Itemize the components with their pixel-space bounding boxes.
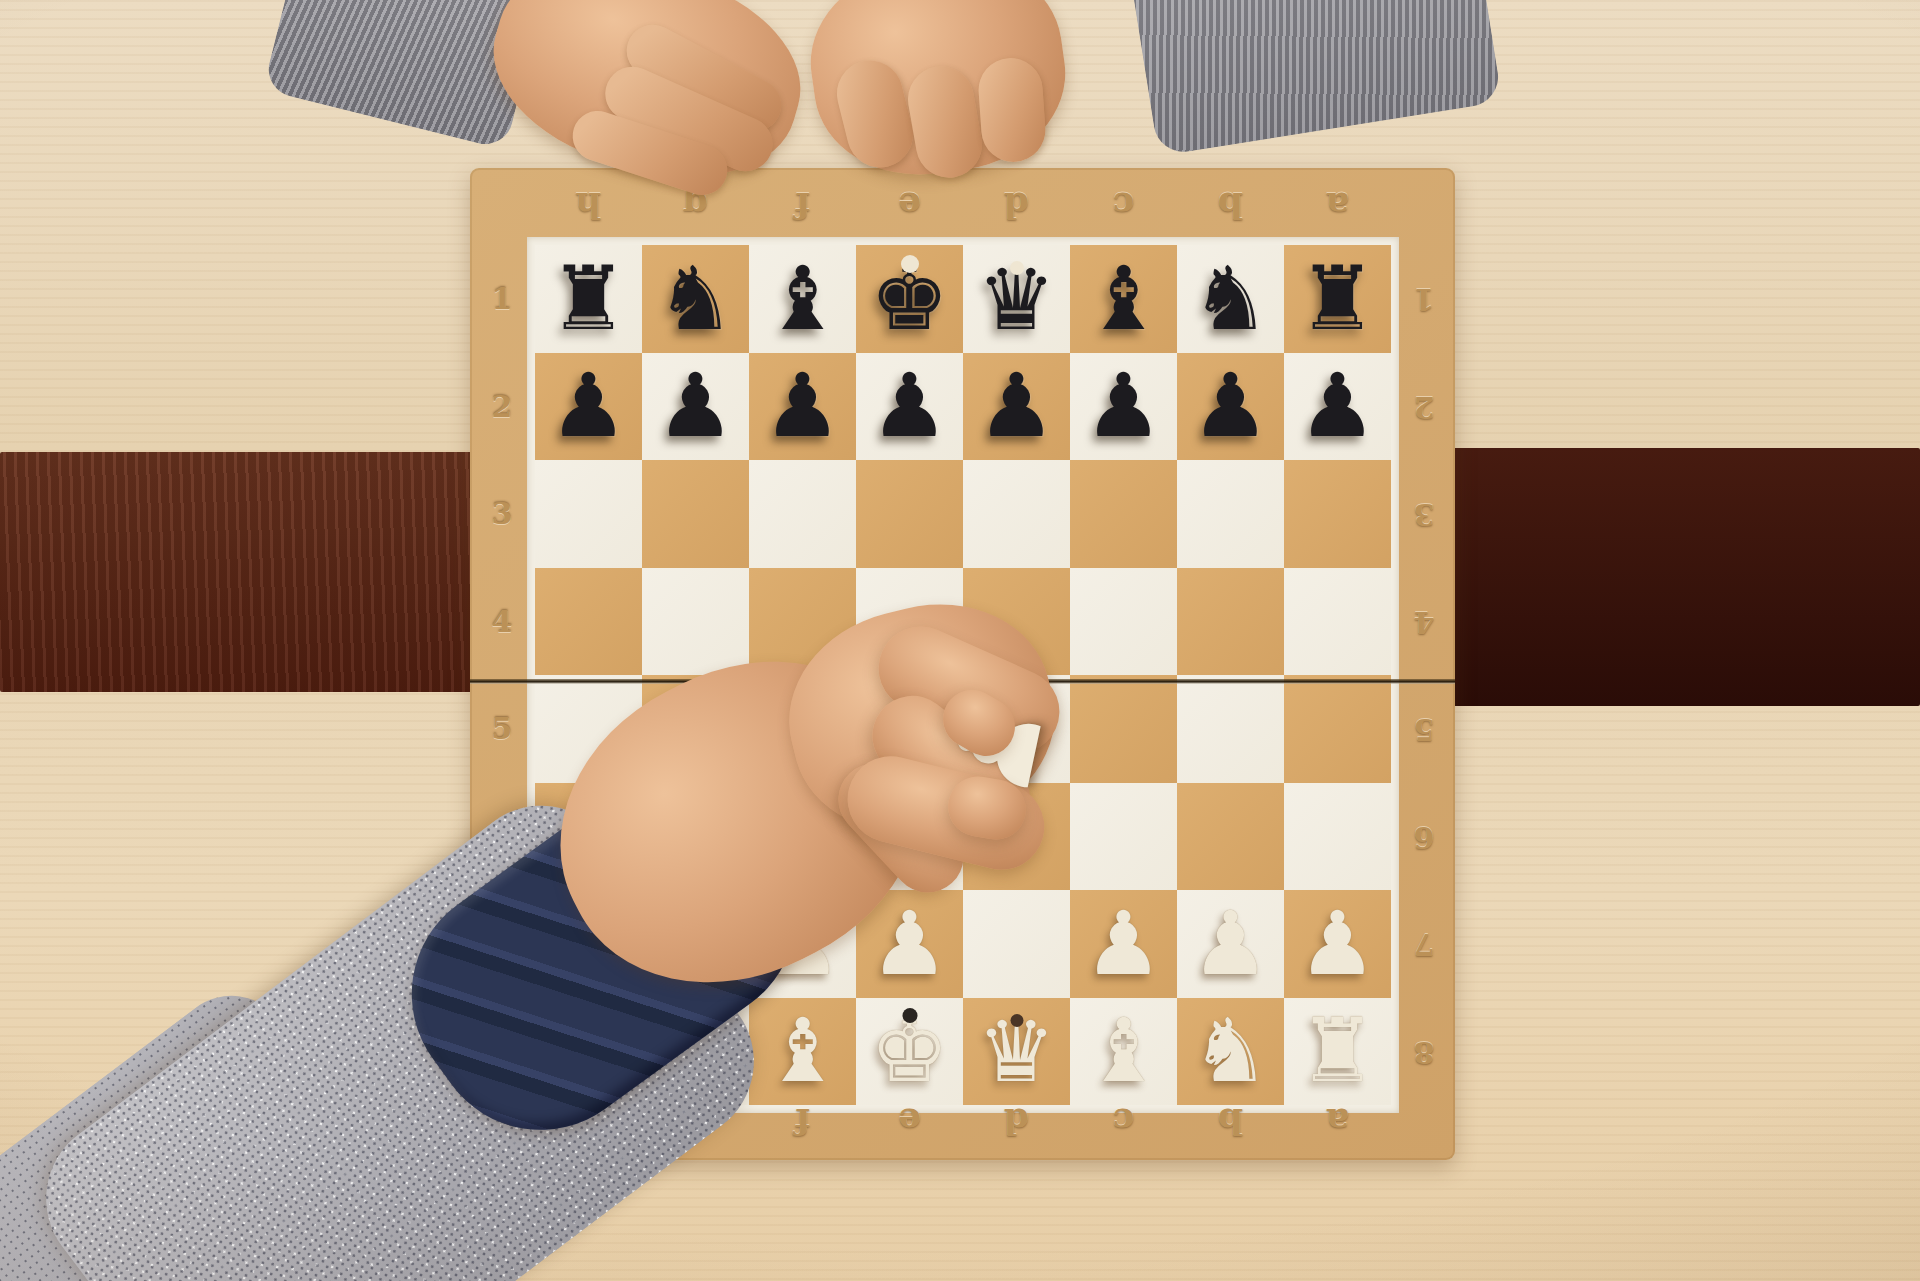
piece-black-rook: ♜ <box>1284 245 1391 353</box>
square-h3 <box>535 460 642 568</box>
square-c7: ♟ <box>1070 890 1177 998</box>
rank-label-left-4: 4 <box>480 568 524 676</box>
piece-black-bishop: ♝ <box>1070 245 1177 353</box>
square-b2: ♟ <box>1177 353 1284 461</box>
top-player-right-sleeve <box>1130 0 1503 156</box>
square-a3 <box>1284 460 1391 568</box>
square-g3 <box>642 460 749 568</box>
piece-white-pawn: ♟ <box>1177 890 1284 998</box>
rank-label-right-4: 4 <box>1402 568 1446 676</box>
square-e2: ♟ <box>856 353 963 461</box>
piece-black-pawn: ♟ <box>1070 353 1177 461</box>
table-walnut-stripe-left <box>0 452 474 692</box>
file-label-top-f: f <box>749 182 856 230</box>
square-e8: ♚ <box>856 998 963 1106</box>
square-b3 <box>1177 460 1284 568</box>
square-b8: ♞ <box>1177 998 1284 1106</box>
square-h4 <box>535 568 642 676</box>
piece-black-knight: ♞ <box>1177 245 1284 353</box>
square-g1: ♞ <box>642 245 749 353</box>
file-label-top-b: b <box>1177 182 1284 230</box>
piece-black-pawn: ♟ <box>749 353 856 461</box>
square-e3 <box>856 460 963 568</box>
square-c5 <box>1070 675 1177 783</box>
piece-black-pawn: ♟ <box>642 353 749 461</box>
square-a5 <box>1284 675 1391 783</box>
square-b1: ♞ <box>1177 245 1284 353</box>
rank-label-left-5: 5 <box>480 675 524 783</box>
file-label-bottom-a: a <box>1284 1098 1391 1146</box>
file-label-top-c: c <box>1070 182 1177 230</box>
square-b7: ♟ <box>1177 890 1284 998</box>
square-a8: ♜ <box>1284 998 1391 1106</box>
table-walnut-stripe-right <box>1452 448 1920 706</box>
square-a6 <box>1284 783 1391 891</box>
black-queen-finial-dot <box>1010 261 1024 275</box>
file-label-top-h: h <box>535 182 642 230</box>
square-d7 <box>963 890 1070 998</box>
rank-label-right-7: 7 <box>1402 890 1446 998</box>
rank-label-right-8: 8 <box>1402 998 1446 1106</box>
piece-white-bishop: ♝ <box>1070 998 1177 1106</box>
rank-label-right-3: 3 <box>1402 460 1446 568</box>
square-d8: ♛ <box>963 998 1070 1106</box>
chess-photo-scene: ♜♞♝♚♛♝♞♜♟♟♟♟♟♟♟♟♟♟♟♟♟♟♟♜♞♝♚♛♝♞♜ hhggffee… <box>0 0 1920 1281</box>
square-f1: ♝ <box>749 245 856 353</box>
file-label-bottom-f: f <box>749 1098 856 1146</box>
piece-black-pawn: ♟ <box>535 353 642 461</box>
file-label-top-a: a <box>1284 182 1391 230</box>
black-king-finial-dot <box>901 255 919 273</box>
square-d1: ♛ <box>963 245 1070 353</box>
square-b6 <box>1177 783 1284 891</box>
piece-black-rook: ♜ <box>535 245 642 353</box>
white-queen-finial-dot <box>1010 1014 1023 1027</box>
rank-label-left-2: 2 <box>480 353 524 461</box>
file-label-bottom-e: e <box>856 1098 963 1146</box>
square-e1: ♚ <box>856 245 963 353</box>
file-label-top-e: e <box>856 182 963 230</box>
square-a7: ♟ <box>1284 890 1391 998</box>
top-right-hand-finger <box>976 56 1047 164</box>
piece-white-pawn: ♟ <box>1284 890 1391 998</box>
rank-label-left-1: 1 <box>480 245 524 353</box>
square-a1: ♜ <box>1284 245 1391 353</box>
square-g2: ♟ <box>642 353 749 461</box>
piece-black-bishop: ♝ <box>749 245 856 353</box>
square-d2: ♟ <box>963 353 1070 461</box>
piece-white-rook: ♜ <box>1284 998 1391 1106</box>
piece-white-pawn: ♟ <box>1070 890 1177 998</box>
square-a2: ♟ <box>1284 353 1391 461</box>
square-c8: ♝ <box>1070 998 1177 1106</box>
piece-black-pawn: ♟ <box>1284 353 1391 461</box>
piece-black-pawn: ♟ <box>856 353 963 461</box>
rank-label-left-3: 3 <box>480 460 524 568</box>
square-h1: ♜ <box>535 245 642 353</box>
file-label-bottom-b: b <box>1177 1098 1284 1146</box>
square-g4 <box>642 568 749 676</box>
square-c6 <box>1070 783 1177 891</box>
rank-label-right-5: 5 <box>1402 675 1446 783</box>
square-f8: ♝ <box>749 998 856 1106</box>
rank-label-right-1: 1 <box>1402 245 1446 353</box>
square-c2: ♟ <box>1070 353 1177 461</box>
square-c4 <box>1070 568 1177 676</box>
square-f2: ♟ <box>749 353 856 461</box>
piece-white-knight: ♞ <box>1177 998 1284 1106</box>
square-c3 <box>1070 460 1177 568</box>
square-b4 <box>1177 568 1284 676</box>
white-king-finial-dot <box>902 1008 917 1023</box>
file-label-bottom-c: c <box>1070 1098 1177 1146</box>
square-b5 <box>1177 675 1284 783</box>
piece-black-pawn: ♟ <box>963 353 1070 461</box>
file-label-top-d: d <box>963 182 1070 230</box>
piece-black-pawn: ♟ <box>1177 353 1284 461</box>
file-label-bottom-d: d <box>963 1098 1070 1146</box>
square-h2: ♟ <box>535 353 642 461</box>
square-c1: ♝ <box>1070 245 1177 353</box>
rank-label-right-2: 2 <box>1402 353 1446 461</box>
rank-label-right-6: 6 <box>1402 783 1446 891</box>
square-d3 <box>963 460 1070 568</box>
piece-black-knight: ♞ <box>642 245 749 353</box>
piece-white-bishop: ♝ <box>749 998 856 1106</box>
square-a4 <box>1284 568 1391 676</box>
square-f3 <box>749 460 856 568</box>
